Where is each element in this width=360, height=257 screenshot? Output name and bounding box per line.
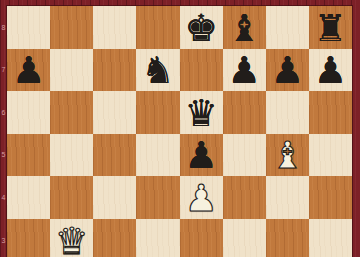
black-queen[interactable]: ♛ [184, 95, 217, 132]
chessboard-frame: ♚♝♜♟♞♟♟♟♛♟♝♟♛ 876543 [0, 0, 360, 257]
square-e4[interactable]: ♟ [180, 176, 223, 219]
black-pawn[interactable]: ♟ [271, 52, 304, 89]
square-h4[interactable] [309, 176, 352, 219]
rank-label-6: 6 [0, 109, 7, 116]
square-d7[interactable]: ♞ [136, 49, 179, 92]
square-b8[interactable] [50, 6, 93, 49]
square-g8[interactable] [266, 6, 309, 49]
square-b3[interactable]: ♛ [50, 219, 93, 257]
square-d3[interactable] [136, 219, 179, 257]
square-e7[interactable] [180, 49, 223, 92]
square-b4[interactable] [50, 176, 93, 219]
black-pawn[interactable]: ♟ [228, 52, 261, 89]
black-pawn[interactable]: ♟ [184, 137, 217, 174]
square-f7[interactable]: ♟ [223, 49, 266, 92]
square-h5[interactable] [309, 134, 352, 177]
square-f8[interactable]: ♝ [223, 6, 266, 49]
square-f3[interactable] [223, 219, 266, 257]
square-h8[interactable]: ♜ [309, 6, 352, 49]
square-a7[interactable]: ♟ [7, 49, 50, 92]
square-a3[interactable] [7, 219, 50, 257]
square-h3[interactable] [309, 219, 352, 257]
black-king[interactable]: ♚ [184, 10, 217, 47]
rank-label-8: 8 [0, 24, 7, 31]
square-g3[interactable] [266, 219, 309, 257]
square-a8[interactable] [7, 6, 50, 49]
rank-label-7: 7 [0, 66, 7, 73]
square-f5[interactable] [223, 134, 266, 177]
rank-label-3: 3 [0, 237, 7, 244]
square-c5[interactable] [93, 134, 136, 177]
square-h6[interactable] [309, 91, 352, 134]
square-d6[interactable] [136, 91, 179, 134]
square-e3[interactable] [180, 219, 223, 257]
black-pawn[interactable]: ♟ [314, 52, 347, 89]
square-b6[interactable] [50, 91, 93, 134]
square-b7[interactable] [50, 49, 93, 92]
square-a4[interactable] [7, 176, 50, 219]
white-queen[interactable]: ♛ [55, 223, 88, 257]
square-b5[interactable] [50, 134, 93, 177]
square-d8[interactable] [136, 6, 179, 49]
white-pawn[interactable]: ♟ [184, 180, 217, 217]
square-f6[interactable] [223, 91, 266, 134]
square-g5[interactable]: ♝ [266, 134, 309, 177]
white-bishop[interactable]: ♝ [271, 137, 304, 174]
square-c7[interactable] [93, 49, 136, 92]
square-a5[interactable] [7, 134, 50, 177]
black-rook[interactable]: ♜ [314, 10, 347, 47]
square-c8[interactable] [93, 6, 136, 49]
square-e6[interactable]: ♛ [180, 91, 223, 134]
black-pawn[interactable]: ♟ [12, 52, 45, 89]
black-bishop[interactable]: ♝ [228, 10, 261, 47]
square-d5[interactable] [136, 134, 179, 177]
rank-label-5: 5 [0, 151, 7, 158]
board-grid: ♚♝♜♟♞♟♟♟♛♟♝♟♛ [7, 6, 352, 257]
square-e8[interactable]: ♚ [180, 6, 223, 49]
black-knight[interactable]: ♞ [141, 52, 174, 89]
square-c4[interactable] [93, 176, 136, 219]
square-g4[interactable] [266, 176, 309, 219]
square-c6[interactable] [93, 91, 136, 134]
square-g7[interactable]: ♟ [266, 49, 309, 92]
rank-label-4: 4 [0, 194, 7, 201]
square-e5[interactable]: ♟ [180, 134, 223, 177]
square-g6[interactable] [266, 91, 309, 134]
square-c3[interactable] [93, 219, 136, 257]
square-f4[interactable] [223, 176, 266, 219]
square-d4[interactable] [136, 176, 179, 219]
square-a6[interactable] [7, 91, 50, 134]
square-h7[interactable]: ♟ [309, 49, 352, 92]
